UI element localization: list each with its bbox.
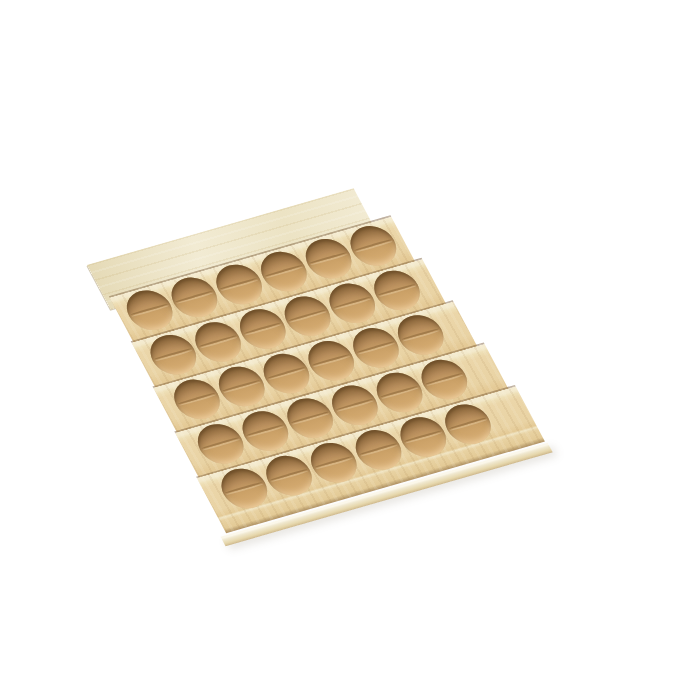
product-photo-stage — [0, 0, 700, 700]
